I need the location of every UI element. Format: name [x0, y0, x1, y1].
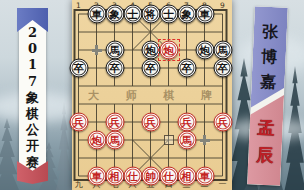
last-move-highlight: [158, 39, 180, 61]
piece-black[interactable]: 卒: [177, 59, 196, 78]
text-char: 棋: [163, 88, 174, 103]
player-name-black: 张博嘉: [251, 18, 287, 94]
piece-black[interactable]: 卒: [69, 59, 88, 78]
text-char: 嘉: [251, 68, 285, 94]
text-char: 开: [19, 138, 46, 154]
piece-black[interactable]: 馬: [213, 41, 232, 60]
piece-black[interactable]: 士: [159, 5, 178, 24]
app-root: 2017象棋公开赛: [0, 0, 304, 190]
piece-red[interactable]: 兵: [213, 113, 232, 132]
piece-red[interactable]: 兵: [177, 113, 196, 132]
point-marker-cross-icon: [92, 45, 102, 55]
text-char: 公: [19, 122, 46, 138]
piece-red[interactable]: 帥: [141, 167, 160, 186]
column-label-top: 9: [220, 1, 225, 10]
text-char: 7: [19, 74, 46, 90]
text-char: 博: [252, 43, 286, 69]
text-char: 棋: [19, 106, 46, 122]
text-char: 师: [126, 88, 137, 103]
column-label-bottom: 九: [75, 179, 83, 190]
piece-black[interactable]: 卒: [213, 59, 232, 78]
piece-black[interactable]: 卒: [105, 59, 124, 78]
piece-black[interactable]: 象: [105, 5, 124, 24]
piece-red[interactable]: 兵: [69, 113, 88, 132]
piece-red[interactable]: 馬: [105, 131, 124, 150]
piece-red[interactable]: 車: [87, 167, 106, 186]
piece-black[interactable]: 卒: [141, 59, 160, 78]
piece-black[interactable]: 車: [87, 5, 106, 24]
piece-black[interactable]: 車: [195, 5, 214, 24]
piece-black[interactable]: 炮: [195, 41, 214, 60]
piece-red[interactable]: 車: [195, 167, 214, 186]
xiangqi-board[interactable]: 大师棋牌 123456789九八七六五四三二一車象士将士象車馬炮炮炮馬卒卒卒卒卒…: [72, 0, 232, 190]
piece-red[interactable]: 兵: [141, 113, 160, 132]
piece-black[interactable]: 士: [123, 5, 142, 24]
text-char: 象: [19, 90, 46, 106]
piece-red[interactable]: 炮: [87, 131, 106, 150]
piece-black[interactable]: 象: [177, 5, 196, 24]
last-move-origin-marker: [164, 135, 174, 145]
player-name-red: 孟辰: [248, 114, 283, 169]
text-char: 牌: [201, 88, 212, 103]
piece-red[interactable]: 仕: [123, 167, 142, 186]
piece-black[interactable]: 馬: [105, 41, 124, 60]
piece-red[interactable]: 相: [177, 167, 196, 186]
text-char: 0: [19, 41, 46, 57]
text-char: 2: [19, 25, 46, 41]
text-char: 大: [88, 88, 99, 103]
column-label-top: 1: [76, 1, 81, 10]
tournament-title: 2017象棋公开赛: [19, 18, 46, 174]
text-char: 1: [19, 57, 46, 73]
piece-red[interactable]: 相: [105, 167, 124, 186]
piece-red[interactable]: 兵: [105, 113, 124, 132]
text-char: 张: [253, 18, 287, 44]
river-watermark: 大师棋牌: [88, 86, 212, 104]
point-marker-cross-icon: [200, 135, 210, 145]
text-char: 辰: [248, 141, 282, 169]
piece-red[interactable]: 仕: [159, 167, 178, 186]
column-label-bottom: 一: [219, 179, 227, 190]
text-char: 孟: [249, 114, 283, 142]
piece-black[interactable]: 将: [141, 5, 160, 24]
tournament-banner: 2017象棋公开赛: [17, 8, 48, 184]
piece-red[interactable]: 馬: [177, 131, 196, 150]
